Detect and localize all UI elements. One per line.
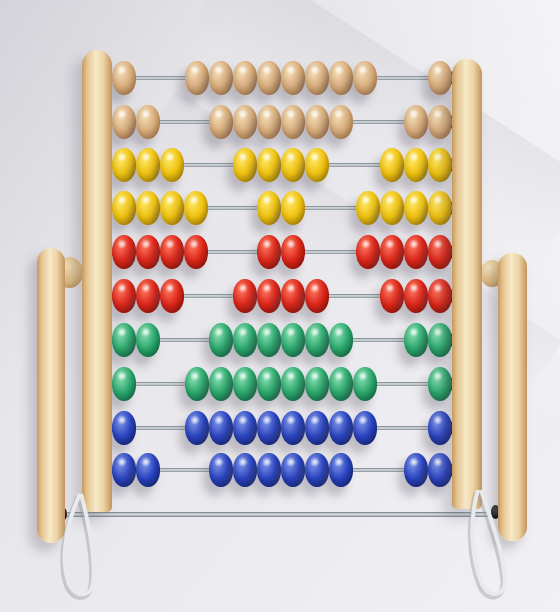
bead-blue[interactable] <box>428 453 452 487</box>
bead-natural[interactable] <box>329 61 353 95</box>
bead-green[interactable] <box>112 367 136 401</box>
bead-yellow[interactable] <box>404 148 428 182</box>
bead-natural[interactable] <box>257 61 281 95</box>
bead-red[interactable] <box>428 279 452 313</box>
bead-blue[interactable] <box>112 453 136 487</box>
bead-green[interactable] <box>185 367 209 401</box>
bead-yellow[interactable] <box>160 148 184 182</box>
bead-yellow[interactable] <box>356 191 380 225</box>
bead-natural[interactable] <box>353 61 377 95</box>
bead-red[interactable] <box>404 279 428 313</box>
bead-blue[interactable] <box>428 411 452 445</box>
bead-blue[interactable] <box>257 411 281 445</box>
bead-blue[interactable] <box>404 453 428 487</box>
bead-natural[interactable] <box>136 105 160 139</box>
bead-yellow[interactable] <box>233 148 257 182</box>
bead-red[interactable] <box>112 279 136 313</box>
stand-leg-left[interactable] <box>37 248 65 543</box>
bead-yellow[interactable] <box>184 191 208 225</box>
bead-natural[interactable] <box>428 61 452 95</box>
bead-red[interactable] <box>257 235 281 269</box>
bead-green[interactable] <box>281 323 305 357</box>
bead-green[interactable] <box>428 323 452 357</box>
bead-natural[interactable] <box>185 61 209 95</box>
abacus-board <box>0 0 560 612</box>
bead-red[interactable] <box>428 235 452 269</box>
bead-blue[interactable] <box>329 453 353 487</box>
bead-green[interactable] <box>329 323 353 357</box>
bead-red[interactable] <box>305 279 329 313</box>
bead-yellow[interactable] <box>112 148 136 182</box>
bead-yellow[interactable] <box>305 148 329 182</box>
bead-red[interactable] <box>136 279 160 313</box>
bead-natural[interactable] <box>428 105 452 139</box>
bead-red[interactable] <box>184 235 208 269</box>
bead-red[interactable] <box>281 279 305 313</box>
bead-blue[interactable] <box>329 411 353 445</box>
bead-yellow[interactable] <box>428 148 452 182</box>
stand-leg-right[interactable] <box>498 253 527 541</box>
bead-natural[interactable] <box>209 105 233 139</box>
bead-blue[interactable] <box>185 411 209 445</box>
bead-yellow[interactable] <box>428 191 452 225</box>
bead-red[interactable] <box>404 235 428 269</box>
bead-yellow[interactable] <box>380 148 404 182</box>
bead-natural[interactable] <box>112 105 136 139</box>
bead-green[interactable] <box>281 367 305 401</box>
bead-yellow[interactable] <box>281 191 305 225</box>
bead-red[interactable] <box>160 235 184 269</box>
bead-green[interactable] <box>305 367 329 401</box>
bead-green[interactable] <box>305 323 329 357</box>
bottom-metal-rod <box>66 512 490 517</box>
bead-green[interactable] <box>329 367 353 401</box>
bead-blue[interactable] <box>305 411 329 445</box>
frame-post-left <box>82 50 112 512</box>
bead-natural[interactable] <box>281 61 305 95</box>
bead-yellow[interactable] <box>160 191 184 225</box>
bead-yellow[interactable] <box>257 148 281 182</box>
bead-blue[interactable] <box>209 411 233 445</box>
bead-red[interactable] <box>160 279 184 313</box>
bead-green[interactable] <box>209 323 233 357</box>
bead-natural[interactable] <box>257 105 281 139</box>
bead-red[interactable] <box>356 235 380 269</box>
bead-yellow[interactable] <box>136 191 160 225</box>
bead-natural[interactable] <box>233 61 257 95</box>
bead-red[interactable] <box>233 279 257 313</box>
bead-blue[interactable] <box>257 453 281 487</box>
bead-yellow[interactable] <box>281 148 305 182</box>
bead-green[interactable] <box>404 323 428 357</box>
bead-red[interactable] <box>112 235 136 269</box>
bead-green[interactable] <box>353 367 377 401</box>
bead-green[interactable] <box>257 323 281 357</box>
bead-blue[interactable] <box>281 453 305 487</box>
bead-red[interactable] <box>281 235 305 269</box>
bead-yellow[interactable] <box>380 191 404 225</box>
bead-green[interactable] <box>136 323 160 357</box>
bead-blue[interactable] <box>233 453 257 487</box>
bead-green[interactable] <box>257 367 281 401</box>
bead-natural[interactable] <box>329 105 353 139</box>
bead-yellow[interactable] <box>112 191 136 225</box>
bead-green[interactable] <box>233 367 257 401</box>
bead-blue[interactable] <box>233 411 257 445</box>
bead-red[interactable] <box>136 235 160 269</box>
bead-yellow[interactable] <box>136 148 160 182</box>
bead-yellow[interactable] <box>257 191 281 225</box>
bead-natural[interactable] <box>305 105 329 139</box>
bead-blue[interactable] <box>305 453 329 487</box>
bead-red[interactable] <box>380 235 404 269</box>
bead-yellow[interactable] <box>404 191 428 225</box>
bead-red[interactable] <box>257 279 281 313</box>
bead-natural[interactable] <box>281 105 305 139</box>
bead-blue[interactable] <box>353 411 377 445</box>
bead-blue[interactable] <box>112 411 136 445</box>
frame-post-right <box>452 59 482 509</box>
bead-green[interactable] <box>112 323 136 357</box>
bead-blue[interactable] <box>281 411 305 445</box>
bead-blue[interactable] <box>209 453 233 487</box>
bead-green[interactable] <box>428 367 452 401</box>
bead-green[interactable] <box>233 323 257 357</box>
bead-blue[interactable] <box>136 453 160 487</box>
bead-natural[interactable] <box>233 105 257 139</box>
bead-natural[interactable] <box>305 61 329 95</box>
bead-natural[interactable] <box>209 61 233 95</box>
bead-natural[interactable] <box>112 61 136 95</box>
bead-green[interactable] <box>209 367 233 401</box>
bead-red[interactable] <box>380 279 404 313</box>
bead-natural[interactable] <box>404 105 428 139</box>
